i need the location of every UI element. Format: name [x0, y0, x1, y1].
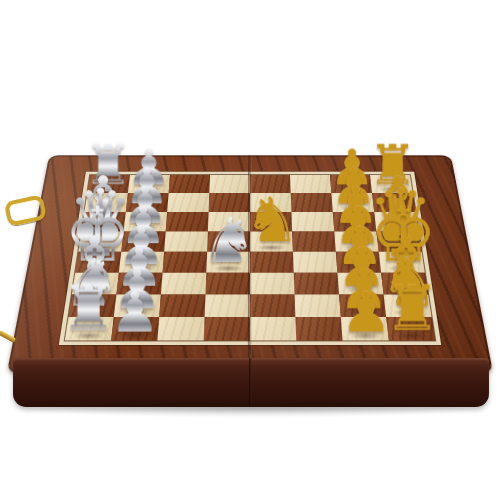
floor-shadow	[30, 400, 478, 418]
piece-gold-rook: ♜	[384, 277, 440, 339]
piece-silver-knight: ♞	[200, 209, 256, 272]
chess-board: ♜♟♟♜♟♟♝♟♟♝♛♟♞♟♛♚♟♞♟♚♝♟♟♝♞♟♟♞♜♟♟♜	[7, 155, 493, 373]
square-e4: ♞	[206, 252, 250, 273]
piece-silver-pawn: ♟	[109, 284, 159, 340]
piece-gold-pawn: ♟	[341, 284, 391, 340]
product-photo: ♜♟♟♜♟♟♝♟♟♝♛♟♞♟♛♚♟♞♟♚♝♟♟♝♞♟♟♞♜♟♟♜	[0, 0, 500, 500]
square-h2: ♟	[111, 317, 159, 341]
square-h1: ♜	[65, 317, 114, 341]
square-h7: ♟	[341, 317, 389, 341]
square-h8: ♜	[386, 317, 435, 341]
piece-silver-rook: ♜	[60, 277, 116, 339]
